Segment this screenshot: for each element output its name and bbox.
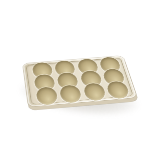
muffin-cup — [59, 85, 83, 104]
muffin-cup — [35, 87, 58, 106]
muffin-cup — [82, 83, 106, 102]
cup-grid — [26, 58, 132, 104]
product-photo — [0, 0, 160, 160]
pan-plate — [26, 58, 132, 104]
muffin-cup — [106, 81, 131, 100]
